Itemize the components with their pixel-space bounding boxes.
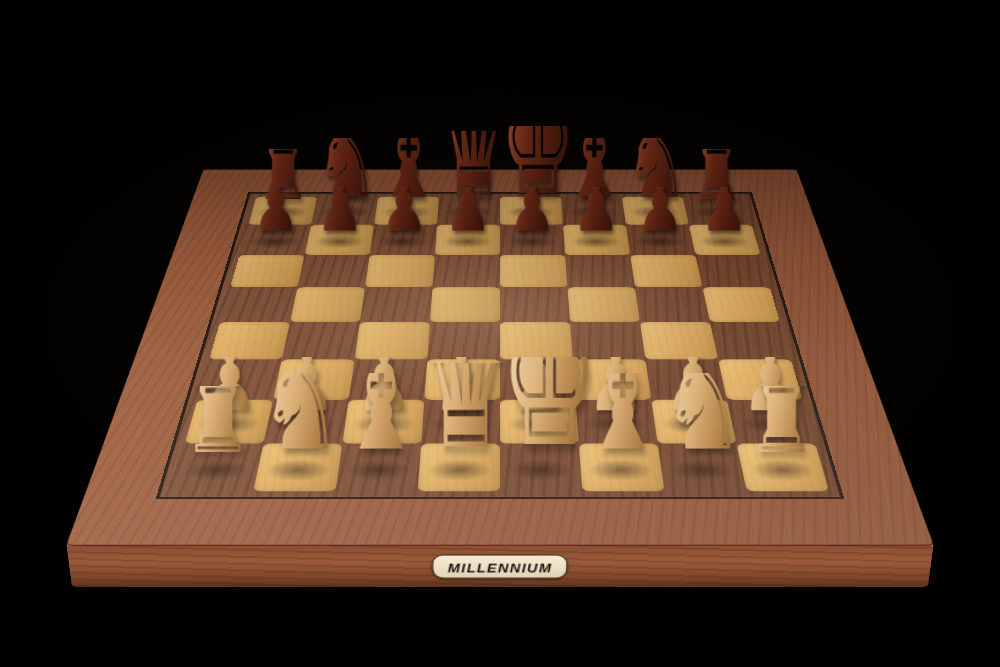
brand-nameplate: MILLENNIUM (432, 554, 569, 579)
square-g1[interactable]: ♞ (658, 444, 747, 492)
square-d7[interactable]: ♟ (435, 225, 500, 255)
piece-white-bishop[interactable]: ♝ (339, 373, 420, 467)
piece-black-pawn[interactable]: ♟ (308, 187, 372, 240)
piece-black-pawn[interactable]: ♟ (692, 187, 756, 240)
square-a6[interactable] (230, 255, 305, 287)
square-d1[interactable]: ♛ (418, 444, 500, 492)
square-b6[interactable] (298, 255, 370, 287)
piece-white-king[interactable]: ♚ (500, 357, 581, 467)
squares-grid: ♜♞♝♛♚♝♞♜♟♟♟♟♟♟♟♟♟♟♟♟♟♟♟♟♜♞♝♛♚♝♞♜ (171, 197, 829, 492)
square-h6[interactable] (695, 255, 770, 287)
piece-black-pawn[interactable]: ♟ (628, 187, 692, 240)
square-e1[interactable]: ♚ (500, 444, 582, 492)
piece-black-pawn[interactable]: ♟ (372, 187, 436, 240)
piece-black-pawn[interactable]: ♟ (564, 187, 628, 240)
square-a5[interactable] (220, 287, 298, 322)
board-perspective-stage: ♜♞♝♛♚♝♞♜♟♟♟♟♟♟♟♟♟♟♟♟♟♟♟♟♜♞♝♛♚♝♞♜ MILLENN… (0, 0, 1000, 667)
playing-area: ♜♞♝♛♚♝♞♜♟♟♟♟♟♟♟♟♟♟♟♟♟♟♟♟♜♞♝♛♚♝♞♜ (156, 192, 845, 499)
square-g6[interactable] (630, 255, 702, 287)
piece-white-bishop[interactable]: ♝ (581, 373, 662, 467)
piece-black-pawn[interactable]: ♟ (244, 187, 308, 240)
square-f7[interactable]: ♟ (563, 225, 630, 255)
square-b1[interactable]: ♞ (253, 444, 342, 492)
square-c7[interactable]: ♟ (370, 225, 437, 255)
square-d6[interactable] (433, 255, 500, 287)
square-a1[interactable]: ♜ (171, 444, 264, 492)
brand-label: MILLENNIUM (448, 561, 553, 575)
piece-white-knight[interactable]: ♞ (258, 373, 339, 467)
square-e7[interactable]: ♟ (500, 225, 565, 255)
square-f1[interactable]: ♝ (579, 444, 665, 492)
piece-white-rook[interactable]: ♜ (178, 386, 259, 467)
photo-scene: ♜♞♝♛♚♝♞♜♟♟♟♟♟♟♟♟♟♟♟♟♟♟♟♟♜♞♝♛♚♝♞♜ MILLENN… (0, 0, 1000, 667)
square-c1[interactable]: ♝ (335, 444, 421, 492)
square-c6[interactable] (365, 255, 435, 287)
piece-black-pawn[interactable]: ♟ (436, 187, 500, 240)
square-h5[interactable] (702, 287, 780, 322)
square-b7[interactable]: ♟ (305, 225, 375, 255)
square-h1[interactable]: ♜ (736, 444, 829, 492)
square-a7[interactable]: ♟ (239, 225, 311, 255)
square-g7[interactable]: ♟ (626, 225, 696, 255)
piece-black-pawn[interactable]: ♟ (500, 187, 564, 240)
board-front-edge: MILLENNIUM (67, 545, 934, 587)
piece-white-rook[interactable]: ♜ (742, 386, 823, 467)
chess-board: ♜♞♝♛♚♝♞♜♟♟♟♟♟♟♟♟♟♟♟♟♟♟♟♟♜♞♝♛♚♝♞♜ MILLENN… (67, 170, 934, 545)
piece-white-queen[interactable]: ♛ (419, 363, 500, 467)
piece-white-knight[interactable]: ♞ (661, 373, 742, 467)
square-h7[interactable]: ♟ (689, 225, 761, 255)
